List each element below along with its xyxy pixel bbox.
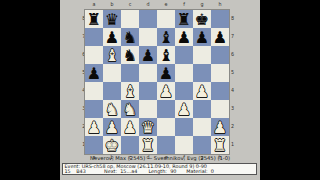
square-d1[interactable]: ♜ (139, 136, 157, 154)
stat-token-2: Next: 15...a4 (104, 169, 137, 174)
file-label-h: h (211, 1, 229, 8)
square-g5[interactable] (193, 64, 211, 82)
square-b1[interactable]: ♚ (103, 136, 121, 154)
stats-line: 15B43Next: 15...a4Length: 90Material: 0 (64, 169, 257, 174)
square-a7[interactable] (85, 28, 103, 46)
square-b8[interactable]: ♛ (103, 10, 121, 28)
file-label-f: f (175, 1, 193, 8)
square-a3[interactable] (85, 100, 103, 118)
black-pawn[interactable]: ♟ (103, 28, 121, 46)
square-a5[interactable]: ♟ (85, 64, 103, 82)
square-a2[interactable]: ♟ (85, 118, 103, 136)
stat-token-0: 15 (64, 169, 70, 174)
chess-panel: abcdefgh 87654321 87654321 abcdefgh ♜♛♜♚… (60, 0, 260, 180)
square-f6[interactable] (175, 46, 193, 64)
square-c3[interactable]: ♞ (121, 100, 139, 118)
file-label-g: g (193, 1, 211, 8)
black-king[interactable]: ♚ (193, 10, 211, 28)
square-g2[interactable] (193, 118, 211, 136)
rank-labels-right: 87654321 (231, 10, 238, 154)
rank-label-8: 8 (231, 10, 238, 28)
square-b3[interactable]: ♞ (103, 100, 121, 118)
black-rook[interactable]: ♜ (175, 10, 193, 28)
black-rook[interactable]: ♜ (85, 10, 103, 28)
white-rook[interactable]: ♜ (211, 136, 229, 154)
letterbox-stage: abcdefgh 87654321 87654321 abcdefgh ♜♛♜♚… (0, 0, 320, 180)
rank-label-4: 4 (231, 82, 238, 100)
square-e3[interactable] (157, 100, 175, 118)
square-e7[interactable]: ♝ (157, 28, 175, 46)
white-pawn[interactable]: ♟ (103, 118, 121, 136)
stat-token-3: Length: 90 (148, 169, 176, 174)
square-c7[interactable]: ♞ (121, 28, 139, 46)
square-c6[interactable]: ♞ (121, 46, 139, 64)
square-e8[interactable] (157, 10, 175, 28)
rank-label-2: 2 (231, 118, 238, 136)
black-pawn[interactable]: ♟ (211, 28, 229, 46)
black-pawn[interactable]: ♟ (157, 64, 175, 82)
square-f1[interactable] (175, 136, 193, 154)
white-pawn[interactable]: ♟ (85, 118, 103, 136)
square-d8[interactable] (139, 10, 157, 28)
file-label-a: a (85, 1, 103, 8)
square-f8[interactable]: ♜ (175, 10, 193, 28)
square-h6[interactable] (211, 46, 229, 64)
square-d2[interactable]: ♛ (139, 118, 157, 136)
white-bishop[interactable]: ♝ (103, 46, 121, 64)
square-a6[interactable] (85, 46, 103, 64)
white-pawn[interactable]: ♟ (211, 118, 229, 136)
square-c2[interactable]: ♟ (121, 118, 139, 136)
stat-token-1: B43 (76, 169, 86, 174)
square-g3[interactable] (193, 100, 211, 118)
file-label-b: b (103, 1, 121, 8)
square-h3[interactable] (211, 100, 229, 118)
square-g1[interactable] (193, 136, 211, 154)
square-h5[interactable] (211, 64, 229, 82)
white-pawn[interactable]: ♟ (175, 100, 193, 118)
square-c8[interactable] (121, 10, 139, 28)
white-pawn[interactable]: ♟ (121, 118, 139, 136)
file-label-d: d (139, 1, 157, 8)
board: ♜♛♜♚♟♞♝♟♟♟♝♞♟♝♟♟♝♟♟♞♞♟♟♟♟♛♟♚♜♜ (84, 9, 230, 155)
square-e5[interactable]: ♟ (157, 64, 175, 82)
square-e6[interactable]: ♝ (157, 46, 175, 64)
black-pawn[interactable]: ♟ (139, 46, 157, 64)
square-h8[interactable] (211, 10, 229, 28)
square-e1[interactable] (157, 136, 175, 154)
square-c4[interactable]: ♝ (121, 82, 139, 100)
square-f5[interactable] (175, 64, 193, 82)
black-pawn[interactable]: ♟ (85, 64, 103, 82)
square-a4[interactable] (85, 82, 103, 100)
square-e4[interactable]: ♟ (157, 82, 175, 100)
game-info-box: Event: URS-ch58 op, Moscow (26.11.09-10,… (62, 163, 257, 175)
square-f2[interactable] (175, 118, 193, 136)
square-c1[interactable] (121, 136, 139, 154)
black-queen[interactable]: ♛ (103, 10, 121, 28)
white-knight[interactable]: ♞ (121, 100, 139, 118)
rank-label-6: 6 (231, 46, 238, 64)
file-labels-top: abcdefgh (85, 1, 229, 8)
square-g7[interactable]: ♟ (193, 28, 211, 46)
square-b5[interactable] (103, 64, 121, 82)
white-pawn[interactable]: ♟ (193, 82, 211, 100)
file-label-e: e (157, 1, 175, 8)
square-h4[interactable] (211, 82, 229, 100)
square-g6[interactable] (193, 46, 211, 64)
square-e2[interactable] (157, 118, 175, 136)
rank-label-5: 5 (231, 64, 238, 82)
square-d4[interactable] (139, 82, 157, 100)
players-caption: Neverov, Max (2545) — Sveshnikov, Evg (2… (60, 156, 260, 162)
square-h1[interactable]: ♜ (211, 136, 229, 154)
square-d3[interactable] (139, 100, 157, 118)
square-b7[interactable]: ♟ (103, 28, 121, 46)
square-d7[interactable] (139, 28, 157, 46)
square-h7[interactable]: ♟ (211, 28, 229, 46)
white-bishop[interactable]: ♝ (121, 82, 139, 100)
black-pawn[interactable]: ♟ (193, 28, 211, 46)
white-pawn[interactable]: ♟ (157, 82, 175, 100)
rank-label-1: 1 (231, 136, 238, 154)
square-b6[interactable]: ♝ (103, 46, 121, 64)
stat-token-4: Material: 0 (186, 169, 214, 174)
square-d6[interactable]: ♟ (139, 46, 157, 64)
black-knight[interactable]: ♞ (121, 28, 139, 46)
black-knight[interactable]: ♞ (121, 46, 139, 64)
square-a1[interactable] (85, 136, 103, 154)
square-c5[interactable] (121, 64, 139, 82)
white-king[interactable]: ♚ (103, 136, 121, 154)
black-bishop[interactable]: ♝ (157, 28, 175, 46)
black-pawn[interactable]: ♟ (175, 28, 193, 46)
square-f3[interactable]: ♟ (175, 100, 193, 118)
square-a8[interactable]: ♜ (85, 10, 103, 28)
square-b4[interactable] (103, 82, 121, 100)
square-f4[interactable] (175, 82, 193, 100)
square-g4[interactable]: ♟ (193, 82, 211, 100)
white-rook[interactable]: ♜ (139, 136, 157, 154)
square-d5[interactable] (139, 64, 157, 82)
white-queen[interactable]: ♛ (139, 118, 157, 136)
square-b2[interactable]: ♟ (103, 118, 121, 136)
white-knight[interactable]: ♞ (103, 100, 121, 118)
square-h2[interactable]: ♟ (211, 118, 229, 136)
rank-label-3: 3 (231, 100, 238, 118)
file-label-c: c (121, 1, 139, 8)
black-bishop[interactable]: ♝ (157, 46, 175, 64)
square-g8[interactable]: ♚ (193, 10, 211, 28)
rank-label-7: 7 (231, 28, 238, 46)
square-f7[interactable]: ♟ (175, 28, 193, 46)
